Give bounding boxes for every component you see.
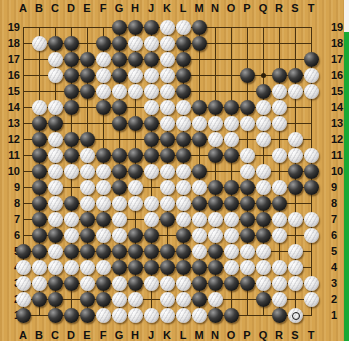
column-label-bottom-F: F (95, 329, 111, 341)
stone-white-T7[interactable] (304, 212, 319, 227)
stone-black-R8[interactable] (272, 196, 287, 211)
stone-white-C11[interactable] (48, 148, 63, 163)
stone-white-Q12[interactable] (256, 132, 271, 147)
stone-black-M2[interactable] (192, 292, 207, 307)
column-label-top-K: K (159, 2, 175, 14)
stone-black-G19[interactable] (112, 20, 127, 35)
stone-white-G2[interactable] (112, 292, 127, 307)
stone-white-K9[interactable] (160, 180, 175, 195)
stone-black-T9[interactable] (304, 180, 319, 195)
stone-black-H19[interactable] (128, 20, 143, 35)
stone-white-S15[interactable] (288, 84, 303, 99)
stone-black-E17[interactable] (80, 52, 95, 67)
stone-black-B11[interactable] (32, 148, 47, 163)
stone-black-B2[interactable] (32, 292, 47, 307)
board-grid[interactable] (23, 27, 312, 316)
stone-white-J15[interactable] (144, 84, 159, 99)
stone-black-C3[interactable] (48, 276, 63, 291)
column-label-bottom-L: L (175, 329, 191, 341)
row-label-left-6: 6 (2, 229, 20, 241)
stone-white-F1[interactable] (96, 308, 111, 323)
stone-black-P7[interactable] (240, 212, 255, 227)
stone-white-J18[interactable] (144, 36, 159, 51)
stone-black-D17[interactable] (64, 52, 79, 67)
stone-black-L18[interactable] (176, 36, 191, 51)
stone-white-H1[interactable] (128, 308, 143, 323)
stone-white-F16[interactable] (96, 68, 111, 83)
stone-black-F5[interactable] (96, 244, 111, 259)
stone-black-M10[interactable] (192, 164, 207, 179)
stone-white-R9[interactable] (272, 180, 287, 195)
column-label-bottom-A: A (15, 329, 31, 341)
stone-black-O9[interactable] (224, 180, 239, 195)
stone-white-R15[interactable] (272, 84, 287, 99)
stone-white-S3[interactable] (288, 276, 303, 291)
stone-white-Q9[interactable] (256, 180, 271, 195)
stone-black-S9[interactable] (288, 180, 303, 195)
stone-black-J19[interactable] (144, 20, 159, 35)
stone-white-P13[interactable] (240, 116, 255, 131)
stone-white-J10[interactable] (144, 164, 159, 179)
stone-black-H13[interactable] (128, 116, 143, 131)
stone-black-D5[interactable] (64, 244, 79, 259)
stone-black-E5[interactable] (80, 244, 95, 259)
stone-black-B12[interactable] (32, 132, 47, 147)
stone-white-H15[interactable] (128, 84, 143, 99)
stone-black-D16[interactable] (64, 68, 79, 83)
stone-black-H4[interactable] (128, 260, 143, 275)
stone-white-P11[interactable] (240, 148, 255, 163)
stone-white-L3[interactable] (176, 276, 191, 291)
stone-black-H11[interactable] (128, 148, 143, 163)
column-label-bottom-R: R (271, 329, 287, 341)
stone-black-Q7[interactable] (256, 212, 271, 227)
stone-white-L2[interactable] (176, 292, 191, 307)
stone-black-S16[interactable] (288, 68, 303, 83)
column-label-top-R: R (271, 2, 287, 14)
stone-white-C7[interactable] (48, 212, 63, 227)
stone-white-Q5[interactable] (256, 244, 271, 259)
stone-black-N1[interactable] (208, 308, 223, 323)
stone-black-M4[interactable] (192, 260, 207, 275)
stone-white-C5[interactable] (48, 244, 63, 259)
stone-white-S5[interactable] (288, 244, 303, 259)
stone-white-N7[interactable] (208, 212, 223, 227)
stone-white-K13[interactable] (160, 116, 175, 131)
stone-black-J12[interactable] (144, 132, 159, 147)
stone-white-O12[interactable] (224, 132, 239, 147)
row-label-left-15: 15 (2, 85, 20, 97)
stone-white-R11[interactable] (272, 148, 287, 163)
stone-white-K14[interactable] (160, 100, 175, 115)
stone-black-H10[interactable] (128, 164, 143, 179)
stone-white-L10[interactable] (176, 164, 191, 179)
stone-black-D14[interactable] (64, 100, 79, 115)
stone-black-M3[interactable] (192, 276, 207, 291)
stone-white-C12[interactable] (48, 132, 63, 147)
stone-black-K12[interactable] (160, 132, 175, 147)
stone-white-F9[interactable] (96, 180, 111, 195)
stone-black-F18[interactable] (96, 36, 111, 51)
stone-black-H3[interactable] (128, 276, 143, 291)
row-label-left-16: 16 (2, 69, 20, 81)
stone-white-F10[interactable] (96, 164, 111, 179)
stone-white-R3[interactable] (272, 276, 287, 291)
stone-black-C2[interactable] (48, 292, 63, 307)
stone-white-T2[interactable] (304, 292, 319, 307)
stone-white-Q13[interactable] (256, 116, 271, 131)
column-label-top-B: B (31, 2, 47, 14)
column-label-bottom-M: M (191, 329, 207, 341)
stone-black-F11[interactable] (96, 148, 111, 163)
column-label-top-H: H (127, 2, 143, 14)
stone-white-N2[interactable] (208, 292, 223, 307)
stone-black-D1[interactable] (64, 308, 79, 323)
stone-white-N13[interactable] (208, 116, 223, 131)
stone-white-L13[interactable] (176, 116, 191, 131)
stone-white-P5[interactable] (240, 244, 255, 259)
stone-white-C10[interactable] (48, 164, 63, 179)
stone-black-E7[interactable] (80, 212, 95, 227)
stone-white-R14[interactable] (272, 100, 287, 115)
stone-white-L7[interactable] (176, 212, 191, 227)
stone-black-P14[interactable] (240, 100, 255, 115)
stone-white-L19[interactable] (176, 20, 191, 35)
stone-black-P16[interactable] (240, 68, 255, 83)
stone-white-L8[interactable] (176, 196, 191, 211)
stone-white-H8[interactable] (128, 196, 143, 211)
stone-white-D7[interactable] (64, 212, 79, 227)
stone-white-N12[interactable] (208, 132, 223, 147)
stone-black-D12[interactable] (64, 132, 79, 147)
stone-black-D15[interactable] (64, 84, 79, 99)
row-label-left-11: 11 (2, 149, 20, 161)
stone-white-R7[interactable] (272, 212, 287, 227)
stone-white-M13[interactable] (192, 116, 207, 131)
stone-black-M8[interactable] (192, 196, 207, 211)
stone-black-N5[interactable] (208, 244, 223, 259)
stone-white-C16[interactable] (48, 68, 63, 83)
stone-black-B6[interactable] (32, 228, 47, 243)
stone-white-T16[interactable] (304, 68, 319, 83)
stone-black-O14[interactable] (224, 100, 239, 115)
stone-black-C6[interactable] (48, 228, 63, 243)
stone-black-F3[interactable] (96, 276, 111, 291)
stone-black-Q15[interactable] (256, 84, 271, 99)
stone-black-B7[interactable] (32, 212, 47, 227)
stone-white-H16[interactable] (128, 68, 143, 83)
stone-black-O3[interactable] (224, 276, 239, 291)
stone-white-B14[interactable] (32, 100, 47, 115)
stone-white-J7[interactable] (144, 212, 159, 227)
stone-black-C13[interactable] (48, 116, 63, 131)
stone-black-E1[interactable] (80, 308, 95, 323)
stone-black-G10[interactable] (112, 164, 127, 179)
stone-black-G4[interactable] (112, 260, 127, 275)
stone-black-K11[interactable] (160, 148, 175, 163)
column-label-bottom-C: C (47, 329, 63, 341)
stone-white-B4[interactable] (32, 260, 47, 275)
stone-white-G15[interactable] (112, 84, 127, 99)
stone-white-E10[interactable] (80, 164, 95, 179)
column-label-top-O: O (223, 2, 239, 14)
column-label-bottom-S: S (287, 329, 303, 341)
stone-white-E4[interactable] (80, 260, 95, 275)
stone-white-G1[interactable] (112, 308, 127, 323)
stone-black-B5[interactable] (32, 244, 47, 259)
stone-black-D3[interactable] (64, 276, 79, 291)
stone-white-R2[interactable] (272, 292, 287, 307)
last-move-marker-icon (292, 312, 300, 320)
stone-white-F15[interactable] (96, 84, 111, 99)
column-label-top-M: M (191, 2, 207, 14)
stone-white-L9[interactable] (176, 180, 191, 195)
stone-white-E9[interactable] (80, 180, 95, 195)
stone-white-T11[interactable] (304, 148, 319, 163)
stone-black-J11[interactable] (144, 148, 159, 163)
stone-white-R13[interactable] (272, 116, 287, 131)
stone-black-L16[interactable] (176, 68, 191, 83)
stone-black-P8[interactable] (240, 196, 255, 211)
stone-white-B18[interactable] (32, 36, 47, 51)
stone-white-C4[interactable] (48, 260, 63, 275)
stone-black-Q2[interactable] (256, 292, 271, 307)
stone-white-P4[interactable] (240, 260, 255, 275)
column-label-bottom-B: B (31, 329, 47, 341)
stone-white-T6[interactable] (304, 228, 319, 243)
stone-black-N8[interactable] (208, 196, 223, 211)
stone-black-M12[interactable] (192, 132, 207, 147)
stone-black-G9[interactable] (112, 180, 127, 195)
column-label-top-L: L (175, 2, 191, 14)
stone-black-M14[interactable] (192, 100, 207, 115)
stone-white-C9[interactable] (48, 180, 63, 195)
column-label-bottom-T: T (303, 329, 319, 341)
stone-black-G5[interactable] (112, 244, 127, 259)
stone-black-N9[interactable] (208, 180, 223, 195)
stone-white-F4[interactable] (96, 260, 111, 275)
stone-white-D6[interactable] (64, 228, 79, 243)
stone-black-E6[interactable] (80, 228, 95, 243)
stone-black-C1[interactable] (48, 308, 63, 323)
stone-black-D18[interactable] (64, 36, 79, 51)
stone-white-G7[interactable] (112, 212, 127, 227)
stone-black-T17[interactable] (304, 52, 319, 67)
stone-black-Q6[interactable] (256, 228, 271, 243)
stone-black-J17[interactable] (144, 52, 159, 67)
stone-white-E11[interactable] (80, 148, 95, 163)
stone-black-B13[interactable] (32, 116, 47, 131)
stone-black-N4[interactable] (208, 260, 223, 275)
stone-white-P10[interactable] (240, 164, 255, 179)
stone-black-D11[interactable] (64, 148, 79, 163)
stone-white-E3[interactable] (80, 276, 95, 291)
stone-white-K19[interactable] (160, 20, 175, 35)
stone-black-A1[interactable] (16, 308, 31, 323)
stone-black-M18[interactable] (192, 36, 207, 51)
stone-black-J4[interactable] (144, 260, 159, 275)
stone-white-J8[interactable] (144, 196, 159, 211)
stone-white-T3[interactable] (304, 276, 319, 291)
stone-white-K8[interactable] (160, 196, 175, 211)
column-label-top-T: T (303, 2, 319, 14)
stone-white-Q3[interactable] (256, 276, 271, 291)
right-edge-strip-top (344, 0, 349, 32)
stone-white-H9[interactable] (128, 180, 143, 195)
stone-black-N14[interactable] (208, 100, 223, 115)
stone-white-G3[interactable] (112, 276, 127, 291)
column-label-bottom-D: D (63, 329, 79, 341)
stone-black-L12[interactable] (176, 132, 191, 147)
stone-white-M6[interactable] (192, 228, 207, 243)
stone-white-K10[interactable] (160, 164, 175, 179)
stone-black-L17[interactable] (176, 52, 191, 67)
stone-white-B3[interactable] (32, 276, 47, 291)
stone-black-E16[interactable] (80, 68, 95, 83)
stone-black-H17[interactable] (128, 52, 143, 67)
stone-black-E2[interactable] (80, 292, 95, 307)
stone-black-J13[interactable] (144, 116, 159, 131)
stone-white-K17[interactable] (160, 52, 175, 67)
column-label-top-S: S (287, 2, 303, 14)
stone-white-A2[interactable] (16, 292, 31, 307)
stone-black-P3[interactable] (240, 276, 255, 291)
stone-black-F7[interactable] (96, 212, 111, 227)
stone-black-T10[interactable] (304, 164, 319, 179)
stone-white-O6[interactable] (224, 228, 239, 243)
stone-black-G13[interactable] (112, 116, 127, 131)
stone-white-A3[interactable] (16, 276, 31, 291)
stone-white-C8[interactable] (48, 196, 63, 211)
stone-black-L15[interactable] (176, 84, 191, 99)
stone-white-J16[interactable] (144, 68, 159, 83)
stone-white-L1[interactable] (176, 308, 191, 323)
stone-white-R6[interactable] (272, 228, 287, 243)
stone-white-H2[interactable] (128, 292, 143, 307)
stone-black-S10[interactable] (288, 164, 303, 179)
stone-white-O7[interactable] (224, 212, 239, 227)
stone-black-G16[interactable] (112, 68, 127, 83)
stone-black-O11[interactable] (224, 148, 239, 163)
stone-black-H6[interactable] (128, 228, 143, 243)
stone-black-B10[interactable] (32, 164, 47, 179)
stone-black-J6[interactable] (144, 228, 159, 243)
stone-white-D4[interactable] (64, 260, 79, 275)
stone-white-N6[interactable] (208, 228, 223, 243)
stone-white-A4[interactable] (16, 260, 31, 275)
stone-white-J1[interactable] (144, 308, 159, 323)
stone-white-E8[interactable] (80, 196, 95, 211)
stone-white-L14[interactable] (176, 100, 191, 115)
stone-black-O1[interactable] (224, 308, 239, 323)
stone-black-C18[interactable] (48, 36, 63, 51)
stone-white-Q4[interactable] (256, 260, 271, 275)
stone-black-O8[interactable] (224, 196, 239, 211)
stone-white-C17[interactable] (48, 52, 63, 67)
row-label-left-19: 19 (2, 21, 20, 33)
stone-black-L6[interactable] (176, 228, 191, 243)
stone-white-M7[interactable] (192, 212, 207, 227)
stone-white-Q10[interactable] (256, 164, 271, 179)
stone-black-E12[interactable] (80, 132, 95, 147)
stone-white-M1[interactable] (192, 308, 207, 323)
stone-black-L4[interactable] (176, 260, 191, 275)
stone-white-T15[interactable] (304, 84, 319, 99)
stone-white-H18[interactable] (128, 36, 143, 51)
stone-white-K16[interactable] (160, 68, 175, 83)
stone-black-P9[interactable] (240, 180, 255, 195)
stone-black-F2[interactable] (96, 292, 111, 307)
stone-black-B9[interactable] (32, 180, 47, 195)
stone-black-K5[interactable] (160, 244, 175, 259)
stone-white-K18[interactable] (160, 36, 175, 51)
column-label-bottom-K: K (159, 329, 175, 341)
stone-black-Q8[interactable] (256, 196, 271, 211)
stone-white-O4[interactable] (224, 260, 239, 275)
stone-white-F8[interactable] (96, 196, 111, 211)
stone-white-G6[interactable] (112, 228, 127, 243)
stone-white-G8[interactable] (112, 196, 127, 211)
stone-white-M9[interactable] (192, 180, 207, 195)
stone-white-D10[interactable] (64, 164, 79, 179)
stone-black-A5[interactable] (16, 244, 31, 259)
stone-white-R4[interactable] (272, 260, 287, 275)
column-label-bottom-O: O (223, 329, 239, 341)
stone-black-P6[interactable] (240, 228, 255, 243)
stone-white-C14[interactable] (48, 100, 63, 115)
stone-black-H5[interactable] (128, 244, 143, 259)
stone-black-D8[interactable] (64, 196, 79, 211)
stone-white-O13[interactable] (224, 116, 239, 131)
stone-black-N11[interactable] (208, 148, 223, 163)
stone-black-J5[interactable] (144, 244, 159, 259)
stone-white-K15[interactable] (160, 84, 175, 99)
stone-white-K3[interactable] (160, 276, 175, 291)
stone-black-M19[interactable] (192, 20, 207, 35)
stone-black-E15[interactable] (80, 84, 95, 99)
stone-white-S11[interactable] (288, 148, 303, 163)
stone-black-K7[interactable] (160, 212, 175, 227)
stone-white-O5[interactable] (224, 244, 239, 259)
stone-white-S4[interactable] (288, 260, 303, 275)
stone-black-B8[interactable] (32, 196, 47, 211)
stone-black-R16[interactable] (272, 68, 287, 83)
stone-black-G18[interactable] (112, 36, 127, 51)
stone-black-G14[interactable] (112, 100, 127, 115)
stone-white-S7[interactable] (288, 212, 303, 227)
stone-black-L11[interactable] (176, 148, 191, 163)
stone-white-F6[interactable] (96, 228, 111, 243)
stone-black-N3[interactable] (208, 276, 223, 291)
stone-white-K1[interactable] (160, 308, 175, 323)
stone-black-G11[interactable] (112, 148, 127, 163)
column-label-top-G: G (111, 2, 127, 14)
stone-white-M5[interactable] (192, 244, 207, 259)
stone-white-F17[interactable] (96, 52, 111, 67)
stone-black-R1[interactable] (272, 308, 287, 323)
stone-white-J3[interactable] (144, 276, 159, 291)
row-label-left-14: 14 (2, 101, 20, 113)
stone-white-Q14[interactable] (256, 100, 271, 115)
stone-black-K4[interactable] (160, 260, 175, 275)
stone-white-J14[interactable] (144, 100, 159, 115)
stone-white-S12[interactable] (288, 132, 303, 147)
stone-black-F14[interactable] (96, 100, 111, 115)
stone-black-G17[interactable] (112, 52, 127, 67)
stone-black-L5[interactable] (176, 244, 191, 259)
stone-white-K2[interactable] (160, 292, 175, 307)
stone-white-S1[interactable] (288, 308, 303, 323)
